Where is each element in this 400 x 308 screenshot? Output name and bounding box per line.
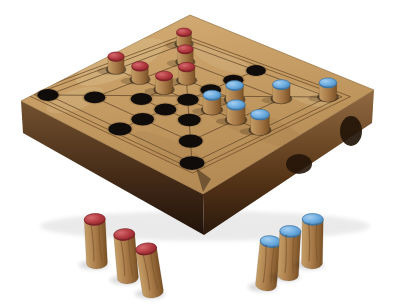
rim-notch — [340, 116, 362, 146]
peg-cap — [178, 62, 195, 71]
blue-peg[interactable] — [227, 100, 245, 125]
board-hole[interactable] — [179, 135, 203, 148]
peg-cap — [108, 52, 124, 60]
board-hole[interactable] — [131, 93, 153, 105]
peg-body — [277, 231, 301, 282]
board-hole[interactable] — [246, 65, 266, 76]
peg-body — [255, 240, 281, 292]
blue-peg[interactable] — [319, 78, 337, 102]
red-peg[interactable] — [108, 52, 124, 74]
game-board-photo — [0, 0, 400, 308]
peg-cap — [177, 28, 192, 36]
board-hole[interactable] — [84, 92, 106, 104]
spare-red-peg[interactable] — [84, 213, 108, 269]
board-hole[interactable] — [154, 103, 176, 115]
peg-body — [301, 219, 323, 269]
blue-peg[interactable] — [251, 109, 270, 135]
spare-blue-peg[interactable] — [255, 235, 282, 292]
product-photo-scene: Wooden peg strategy board game (morris-s… — [0, 0, 400, 308]
peg-cap — [177, 45, 193, 53]
spare-red-peg[interactable] — [135, 242, 164, 300]
peg-cap — [155, 71, 172, 80]
peg-cap — [319, 78, 337, 87]
blue-peg[interactable] — [273, 80, 291, 104]
peg-body — [84, 219, 108, 270]
board-hole[interactable] — [37, 89, 59, 101]
red-peg[interactable] — [132, 62, 149, 85]
board-hole[interactable] — [180, 156, 205, 170]
peg-cap — [302, 213, 323, 224]
peg-cap — [203, 90, 221, 99]
spare-blue-peg[interactable] — [301, 213, 323, 269]
red-peg[interactable] — [178, 62, 195, 85]
rim-notch — [286, 154, 312, 174]
peg-cap — [227, 100, 245, 110]
board-hole[interactable] — [131, 113, 154, 125]
blue-peg[interactable] — [203, 90, 221, 115]
board-hole[interactable] — [108, 123, 131, 136]
peg-cap — [226, 81, 244, 90]
peg-cap — [251, 109, 270, 119]
peg-cap — [273, 80, 291, 89]
red-peg[interactable] — [155, 71, 172, 94]
board-hole[interactable] — [178, 114, 201, 126]
spare-blue-peg[interactable] — [277, 225, 301, 281]
peg-body — [114, 233, 139, 285]
board-hole[interactable] — [177, 94, 199, 106]
peg-cap — [132, 62, 149, 71]
